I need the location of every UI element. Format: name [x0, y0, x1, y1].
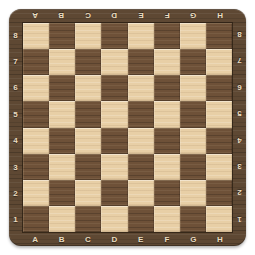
- square-h1[interactable]: [206, 206, 232, 232]
- square-c1[interactable]: [75, 206, 101, 232]
- rank-label-right-1: 1: [233, 207, 246, 233]
- file-label-bottom-d: D: [101, 233, 127, 246]
- rank-label-left-8: 8: [9, 22, 22, 48]
- square-a1[interactable]: [23, 206, 49, 232]
- square-f3[interactable]: [154, 154, 180, 180]
- square-a6[interactable]: [23, 75, 49, 101]
- square-d8[interactable]: [101, 23, 127, 49]
- square-a3[interactable]: [23, 154, 49, 180]
- square-f8[interactable]: [154, 23, 180, 49]
- square-f4[interactable]: [154, 128, 180, 154]
- page-background: ABCDEFGH ABCDEFGH 87654321 87654321: [0, 0, 255, 255]
- board-grid: [22, 22, 233, 233]
- square-b5[interactable]: [49, 101, 75, 127]
- square-d5[interactable]: [101, 101, 127, 127]
- square-f2[interactable]: [154, 180, 180, 206]
- square-g8[interactable]: [180, 23, 206, 49]
- rank-labels-left: 87654321: [9, 22, 22, 233]
- file-label-bottom-e: E: [128, 233, 154, 246]
- square-d3[interactable]: [101, 154, 127, 180]
- square-b4[interactable]: [49, 128, 75, 154]
- square-c8[interactable]: [75, 23, 101, 49]
- square-b7[interactable]: [49, 49, 75, 75]
- file-label-top-g: G: [180, 9, 206, 22]
- square-h7[interactable]: [206, 49, 232, 75]
- file-label-top-f: F: [154, 9, 180, 22]
- rank-label-right-6: 6: [233, 75, 246, 101]
- square-c2[interactable]: [75, 180, 101, 206]
- file-label-top-d: D: [101, 9, 127, 22]
- file-labels-bottom: ABCDEFGH: [22, 233, 233, 246]
- square-e5[interactable]: [128, 101, 154, 127]
- rank-label-left-7: 7: [9, 48, 22, 74]
- file-label-top-c: C: [75, 9, 101, 22]
- square-e2[interactable]: [128, 180, 154, 206]
- file-label-bottom-b: B: [48, 233, 74, 246]
- square-c7[interactable]: [75, 49, 101, 75]
- rank-label-right-8: 8: [233, 22, 246, 48]
- square-b1[interactable]: [49, 206, 75, 232]
- square-e8[interactable]: [128, 23, 154, 49]
- square-g4[interactable]: [180, 128, 206, 154]
- file-label-top-h: H: [207, 9, 233, 22]
- file-label-bottom-g: G: [180, 233, 206, 246]
- square-d2[interactable]: [101, 180, 127, 206]
- square-d1[interactable]: [101, 206, 127, 232]
- file-label-bottom-h: H: [207, 233, 233, 246]
- square-c3[interactable]: [75, 154, 101, 180]
- square-a7[interactable]: [23, 49, 49, 75]
- square-f1[interactable]: [154, 206, 180, 232]
- rank-label-right-3: 3: [233, 154, 246, 180]
- rank-label-right-4: 4: [233, 128, 246, 154]
- rank-label-right-7: 7: [233, 48, 246, 74]
- square-g5[interactable]: [180, 101, 206, 127]
- square-f5[interactable]: [154, 101, 180, 127]
- square-h5[interactable]: [206, 101, 232, 127]
- square-f7[interactable]: [154, 49, 180, 75]
- file-label-top-a: A: [22, 9, 48, 22]
- rank-labels-right: 87654321: [233, 22, 246, 233]
- rank-label-right-2: 2: [233, 180, 246, 206]
- square-g7[interactable]: [180, 49, 206, 75]
- file-label-bottom-a: A: [22, 233, 48, 246]
- file-label-top-e: E: [128, 9, 154, 22]
- file-label-bottom-f: F: [154, 233, 180, 246]
- square-b3[interactable]: [49, 154, 75, 180]
- square-d6[interactable]: [101, 75, 127, 101]
- rank-label-left-4: 4: [9, 128, 22, 154]
- square-h8[interactable]: [206, 23, 232, 49]
- square-e6[interactable]: [128, 75, 154, 101]
- square-g6[interactable]: [180, 75, 206, 101]
- square-b6[interactable]: [49, 75, 75, 101]
- rank-label-left-3: 3: [9, 154, 22, 180]
- square-e4[interactable]: [128, 128, 154, 154]
- square-h2[interactable]: [206, 180, 232, 206]
- square-a8[interactable]: [23, 23, 49, 49]
- square-h6[interactable]: [206, 75, 232, 101]
- square-a2[interactable]: [23, 180, 49, 206]
- square-e3[interactable]: [128, 154, 154, 180]
- square-g3[interactable]: [180, 154, 206, 180]
- square-d7[interactable]: [101, 49, 127, 75]
- square-h4[interactable]: [206, 128, 232, 154]
- square-g2[interactable]: [180, 180, 206, 206]
- square-c4[interactable]: [75, 128, 101, 154]
- square-c6[interactable]: [75, 75, 101, 101]
- square-a5[interactable]: [23, 101, 49, 127]
- square-g1[interactable]: [180, 206, 206, 232]
- rank-label-left-1: 1: [9, 207, 22, 233]
- square-d4[interactable]: [101, 128, 127, 154]
- rank-label-left-5: 5: [9, 101, 22, 127]
- square-c5[interactable]: [75, 101, 101, 127]
- rank-label-right-5: 5: [233, 101, 246, 127]
- square-e7[interactable]: [128, 49, 154, 75]
- rank-label-left-2: 2: [9, 180, 22, 206]
- square-e1[interactable]: [128, 206, 154, 232]
- file-label-bottom-c: C: [75, 233, 101, 246]
- rank-label-left-6: 6: [9, 75, 22, 101]
- file-label-top-b: B: [48, 9, 74, 22]
- square-f6[interactable]: [154, 75, 180, 101]
- square-a4[interactable]: [23, 128, 49, 154]
- file-labels-top: ABCDEFGH: [22, 9, 233, 22]
- chess-board: ABCDEFGH ABCDEFGH 87654321 87654321: [9, 9, 246, 246]
- square-b2[interactable]: [49, 180, 75, 206]
- square-h3[interactable]: [206, 154, 232, 180]
- square-b8[interactable]: [49, 23, 75, 49]
